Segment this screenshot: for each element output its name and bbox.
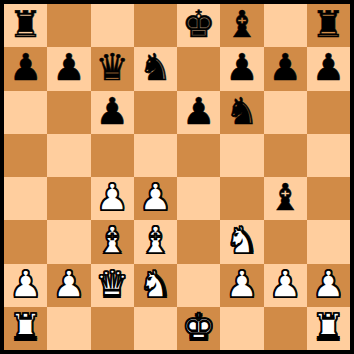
- piece-black-pawn[interactable]: ♟: [9, 49, 42, 86]
- square-g6[interactable]: [264, 91, 307, 134]
- square-a8[interactable]: ♜: [4, 4, 47, 47]
- square-h3[interactable]: [307, 220, 350, 263]
- square-b4[interactable]: [47, 177, 90, 220]
- square-e5[interactable]: [177, 134, 220, 177]
- square-f1[interactable]: [220, 307, 263, 350]
- square-h4[interactable]: [307, 177, 350, 220]
- square-b3[interactable]: [47, 220, 90, 263]
- piece-white-bishop[interactable]: ♝: [96, 222, 129, 259]
- square-a2[interactable]: ♟: [4, 264, 47, 307]
- square-d4[interactable]: ♟: [134, 177, 177, 220]
- square-d2[interactable]: ♞: [134, 264, 177, 307]
- square-a7[interactable]: ♟: [4, 47, 47, 90]
- square-c5[interactable]: [91, 134, 134, 177]
- square-f8[interactable]: ♝: [220, 4, 263, 47]
- square-a5[interactable]: [4, 134, 47, 177]
- square-e7[interactable]: [177, 47, 220, 90]
- square-f6[interactable]: ♞: [220, 91, 263, 134]
- square-h7[interactable]: ♟: [307, 47, 350, 90]
- piece-white-bishop[interactable]: ♝: [139, 222, 172, 259]
- square-g2[interactable]: ♟: [264, 264, 307, 307]
- piece-white-pawn[interactable]: ♟: [9, 266, 42, 303]
- square-c7[interactable]: ♛: [91, 47, 134, 90]
- piece-black-pawn[interactable]: ♟: [312, 49, 345, 86]
- square-e2[interactable]: [177, 264, 220, 307]
- square-g3[interactable]: [264, 220, 307, 263]
- square-b2[interactable]: ♟: [47, 264, 90, 307]
- square-f5[interactable]: [220, 134, 263, 177]
- piece-white-pawn[interactable]: ♟: [225, 266, 258, 303]
- piece-white-knight[interactable]: ♞: [139, 266, 172, 303]
- piece-black-bishop[interactable]: ♝: [225, 6, 258, 43]
- square-d5[interactable]: [134, 134, 177, 177]
- piece-black-king[interactable]: ♚: [182, 6, 215, 43]
- chess-board-frame: ♜♚♝♜♟♟♛♞♟♟♟♟♟♞♟♟♝♝♝♞♟♟♛♞♟♟♟♜♚♜: [0, 0, 354, 354]
- piece-black-pawn[interactable]: ♟: [52, 49, 85, 86]
- square-c4[interactable]: ♟: [91, 177, 134, 220]
- square-h5[interactable]: [307, 134, 350, 177]
- piece-black-queen[interactable]: ♛: [96, 49, 129, 86]
- square-g1[interactable]: [264, 307, 307, 350]
- square-g8[interactable]: [264, 4, 307, 47]
- piece-black-rook[interactable]: ♜: [312, 6, 345, 43]
- square-g5[interactable]: [264, 134, 307, 177]
- piece-white-rook[interactable]: ♜: [9, 309, 42, 346]
- piece-white-queen[interactable]: ♛: [96, 266, 129, 303]
- piece-black-bishop[interactable]: ♝: [269, 179, 302, 216]
- piece-white-king[interactable]: ♚: [182, 309, 215, 346]
- square-c6[interactable]: ♟: [91, 91, 134, 134]
- piece-black-pawn[interactable]: ♟: [182, 93, 215, 130]
- square-d6[interactable]: [134, 91, 177, 134]
- piece-white-pawn[interactable]: ♟: [139, 179, 172, 216]
- square-h8[interactable]: ♜: [307, 4, 350, 47]
- square-c3[interactable]: ♝: [91, 220, 134, 263]
- square-a1[interactable]: ♜: [4, 307, 47, 350]
- square-e6[interactable]: ♟: [177, 91, 220, 134]
- square-f7[interactable]: ♟: [220, 47, 263, 90]
- piece-black-rook[interactable]: ♜: [9, 6, 42, 43]
- square-b8[interactable]: [47, 4, 90, 47]
- piece-black-pawn[interactable]: ♟: [96, 93, 129, 130]
- square-f2[interactable]: ♟: [220, 264, 263, 307]
- square-d3[interactable]: ♝: [134, 220, 177, 263]
- square-b5[interactable]: [47, 134, 90, 177]
- square-h1[interactable]: ♜: [307, 307, 350, 350]
- piece-white-knight[interactable]: ♞: [225, 222, 258, 259]
- square-a6[interactable]: [4, 91, 47, 134]
- square-e1[interactable]: ♚: [177, 307, 220, 350]
- square-d7[interactable]: ♞: [134, 47, 177, 90]
- square-b7[interactable]: ♟: [47, 47, 90, 90]
- square-g4[interactable]: ♝: [264, 177, 307, 220]
- square-g7[interactable]: ♟: [264, 47, 307, 90]
- square-h2[interactable]: ♟: [307, 264, 350, 307]
- piece-white-rook[interactable]: ♜: [312, 309, 345, 346]
- square-e4[interactable]: [177, 177, 220, 220]
- square-c8[interactable]: [91, 4, 134, 47]
- piece-black-knight[interactable]: ♞: [139, 49, 172, 86]
- piece-white-pawn[interactable]: ♟: [52, 266, 85, 303]
- square-f3[interactable]: ♞: [220, 220, 263, 263]
- square-c1[interactable]: [91, 307, 134, 350]
- square-a3[interactable]: [4, 220, 47, 263]
- square-h6[interactable]: [307, 91, 350, 134]
- piece-white-pawn[interactable]: ♟: [269, 266, 302, 303]
- square-d1[interactable]: [134, 307, 177, 350]
- square-e8[interactable]: ♚: [177, 4, 220, 47]
- piece-black-pawn[interactable]: ♟: [225, 49, 258, 86]
- square-a4[interactable]: [4, 177, 47, 220]
- square-b1[interactable]: [47, 307, 90, 350]
- square-c2[interactable]: ♛: [91, 264, 134, 307]
- square-f4[interactable]: [220, 177, 263, 220]
- piece-black-knight[interactable]: ♞: [225, 93, 258, 130]
- piece-white-pawn[interactable]: ♟: [312, 266, 345, 303]
- piece-black-pawn[interactable]: ♟: [269, 49, 302, 86]
- square-b6[interactable]: [47, 91, 90, 134]
- square-e3[interactable]: [177, 220, 220, 263]
- chess-board: ♜♚♝♜♟♟♛♞♟♟♟♟♟♞♟♟♝♝♝♞♟♟♛♞♟♟♟♜♚♜: [4, 4, 350, 350]
- piece-white-pawn[interactable]: ♟: [96, 179, 129, 216]
- square-d8[interactable]: [134, 4, 177, 47]
